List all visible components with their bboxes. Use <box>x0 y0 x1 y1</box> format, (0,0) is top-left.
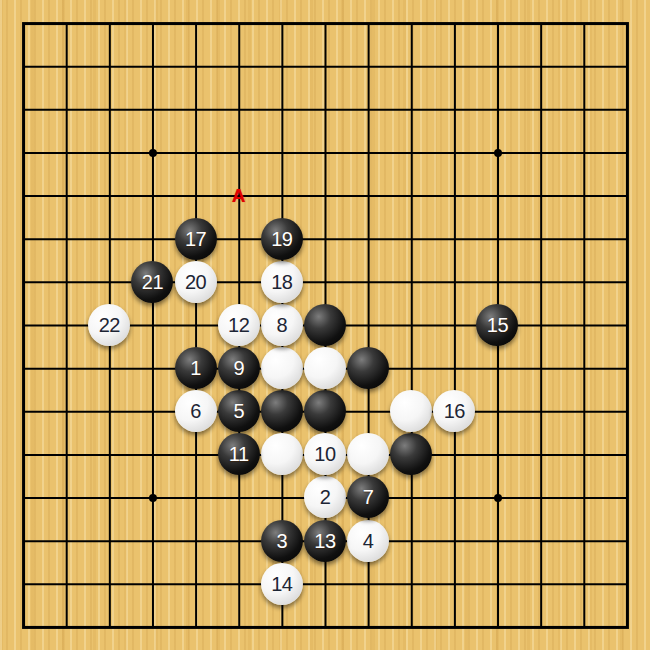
white-stone-move-10: 10 <box>304 433 346 475</box>
point-label-a: A <box>232 186 246 205</box>
go-app-screen: 12345678910111213141516171819202122A <box>0 0 650 650</box>
white-stone-move-22: 22 <box>88 304 130 346</box>
star-point <box>148 494 156 502</box>
star-point <box>494 494 502 502</box>
black-stone <box>347 347 389 389</box>
move-number: 5 <box>233 401 244 421</box>
move-number: 9 <box>233 358 244 378</box>
move-number: 12 <box>228 315 249 335</box>
black-stone <box>304 390 346 432</box>
white-stone-move-14: 14 <box>261 563 303 605</box>
black-stone-move-15: 15 <box>476 304 518 346</box>
move-number: 4 <box>363 531 374 551</box>
move-number: 19 <box>271 229 292 249</box>
black-stone-move-5: 5 <box>218 390 260 432</box>
white-stone-move-8: 8 <box>261 304 303 346</box>
white-stone-move-12: 12 <box>218 304 260 346</box>
black-stone <box>261 390 303 432</box>
move-number: 2 <box>320 487 331 507</box>
black-stone <box>304 304 346 346</box>
black-stone-move-7: 7 <box>347 476 389 518</box>
move-number: 16 <box>444 401 465 421</box>
black-stone-move-13: 13 <box>304 520 346 562</box>
move-number: 20 <box>185 272 206 292</box>
black-stone-move-17: 17 <box>175 218 217 260</box>
black-stone-move-3: 3 <box>261 520 303 562</box>
black-stone-move-11: 11 <box>218 433 260 475</box>
move-number: 7 <box>363 487 374 507</box>
move-number: 10 <box>314 444 335 464</box>
black-stone-move-9: 9 <box>218 347 260 389</box>
white-stone-move-2: 2 <box>304 476 346 518</box>
black-stone <box>390 433 432 475</box>
white-stone <box>390 390 432 432</box>
star-point <box>494 148 502 156</box>
move-number: 17 <box>185 229 206 249</box>
move-number: 21 <box>142 272 163 292</box>
black-stone-move-19: 19 <box>261 218 303 260</box>
white-stone <box>304 347 346 389</box>
white-stone-move-4: 4 <box>347 520 389 562</box>
white-stone <box>347 433 389 475</box>
go-board[interactable]: 12345678910111213141516171819202122A <box>2 2 649 649</box>
star-point <box>148 148 156 156</box>
white-stone-move-6: 6 <box>175 390 217 432</box>
black-stone-move-21: 21 <box>131 261 173 303</box>
move-number: 13 <box>314 531 335 551</box>
move-number: 1 <box>190 358 201 378</box>
white-stone-move-18: 18 <box>261 261 303 303</box>
move-number: 6 <box>190 401 201 421</box>
white-stone-move-16: 16 <box>433 390 475 432</box>
white-stone <box>261 347 303 389</box>
move-number: 3 <box>277 531 288 551</box>
white-stone-move-20: 20 <box>175 261 217 303</box>
white-stone <box>261 433 303 475</box>
move-number: 22 <box>99 315 120 335</box>
move-number: 8 <box>277 315 288 335</box>
black-stone-move-1: 1 <box>175 347 217 389</box>
move-number: 11 <box>229 444 249 464</box>
move-number: 18 <box>271 272 292 292</box>
move-number: 15 <box>487 315 508 335</box>
move-number: 14 <box>271 574 292 594</box>
